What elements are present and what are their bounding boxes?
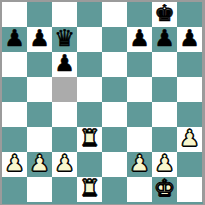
piece-white-pawn[interactable]: ♟ (54, 152, 75, 176)
square-f8[interactable] (127, 2, 152, 27)
square-c8[interactable] (52, 2, 77, 27)
square-f5[interactable] (127, 77, 152, 102)
square-g7[interactable]: ♟ (152, 27, 177, 52)
square-a4[interactable] (2, 102, 27, 127)
square-h3[interactable]: ♟ (177, 127, 202, 152)
square-e2[interactable] (102, 152, 127, 177)
piece-white-king[interactable]: ♚ (154, 177, 175, 201)
piece-white-rook[interactable]: ♜ (79, 177, 100, 201)
square-c5[interactable] (52, 77, 77, 102)
square-d6[interactable] (77, 52, 102, 77)
square-e3[interactable] (102, 127, 127, 152)
square-c4[interactable] (52, 102, 77, 127)
square-g8[interactable]: ♚ (152, 2, 177, 27)
square-e1[interactable] (102, 177, 127, 202)
square-c2[interactable]: ♟ (52, 152, 77, 177)
square-h7[interactable]: ♟ (177, 27, 202, 52)
square-a1[interactable] (2, 177, 27, 202)
square-h4[interactable] (177, 102, 202, 127)
square-b4[interactable] (27, 102, 52, 127)
square-f1[interactable] (127, 177, 152, 202)
square-b2[interactable]: ♟ (27, 152, 52, 177)
square-g3[interactable] (152, 127, 177, 152)
square-h1[interactable] (177, 177, 202, 202)
piece-white-pawn[interactable]: ♟ (129, 152, 150, 176)
square-d8[interactable] (77, 2, 102, 27)
square-a7[interactable]: ♟ (2, 27, 27, 52)
piece-black-queen[interactable]: ♛ (54, 27, 75, 51)
square-e8[interactable] (102, 2, 127, 27)
square-b1[interactable] (27, 177, 52, 202)
square-g2[interactable]: ♟ (152, 152, 177, 177)
square-e6[interactable] (102, 52, 127, 77)
square-f4[interactable] (127, 102, 152, 127)
piece-white-pawn[interactable]: ♟ (4, 152, 25, 176)
square-f7[interactable]: ♟ (127, 27, 152, 52)
square-f2[interactable]: ♟ (127, 152, 152, 177)
square-c3[interactable] (52, 127, 77, 152)
square-h5[interactable] (177, 77, 202, 102)
piece-white-rook[interactable]: ♜ (79, 127, 100, 151)
square-b8[interactable] (27, 2, 52, 27)
square-b7[interactable]: ♟ (27, 27, 52, 52)
square-f6[interactable] (127, 52, 152, 77)
piece-black-pawn[interactable]: ♟ (154, 27, 175, 51)
square-g1[interactable]: ♚ (152, 177, 177, 202)
chess-diagram: ♚♟♟♛♟♟♟♟♜♟♟♟♟♟♟♜♚ (0, 0, 205, 205)
square-a3[interactable] (2, 127, 27, 152)
square-a6[interactable] (2, 52, 27, 77)
square-e7[interactable] (102, 27, 127, 52)
square-g6[interactable] (152, 52, 177, 77)
square-f3[interactable] (127, 127, 152, 152)
piece-white-pawn[interactable]: ♟ (154, 152, 175, 176)
piece-black-pawn[interactable]: ♟ (129, 27, 150, 51)
square-c6[interactable]: ♟ (52, 52, 77, 77)
square-d5[interactable] (77, 77, 102, 102)
square-d7[interactable] (77, 27, 102, 52)
piece-black-pawn[interactable]: ♟ (4, 27, 25, 51)
square-b6[interactable] (27, 52, 52, 77)
square-a8[interactable] (2, 2, 27, 27)
square-e5[interactable] (102, 77, 127, 102)
square-g5[interactable] (152, 77, 177, 102)
piece-white-pawn[interactable]: ♟ (179, 127, 200, 151)
square-d4[interactable] (77, 102, 102, 127)
square-d1[interactable]: ♜ (77, 177, 102, 202)
square-a2[interactable]: ♟ (2, 152, 27, 177)
square-d2[interactable] (77, 152, 102, 177)
piece-black-pawn[interactable]: ♟ (179, 27, 200, 51)
piece-black-king[interactable]: ♚ (154, 2, 175, 26)
square-b5[interactable] (27, 77, 52, 102)
square-g4[interactable] (152, 102, 177, 127)
board-frame-bottom-strip (2, 202, 203, 204)
square-e4[interactable] (102, 102, 127, 127)
square-c7[interactable]: ♛ (52, 27, 77, 52)
square-d3[interactable]: ♜ (77, 127, 102, 152)
piece-white-pawn[interactable]: ♟ (29, 152, 50, 176)
piece-black-pawn[interactable]: ♟ (29, 27, 50, 51)
square-h2[interactable] (177, 152, 202, 177)
square-b3[interactable] (27, 127, 52, 152)
square-a5[interactable] (2, 77, 27, 102)
piece-black-pawn[interactable]: ♟ (54, 52, 75, 76)
square-h6[interactable] (177, 52, 202, 77)
square-c1[interactable] (52, 177, 77, 202)
chess-board: ♚♟♟♛♟♟♟♟♜♟♟♟♟♟♟♜♚ (2, 2, 202, 202)
square-h8[interactable] (177, 2, 202, 27)
